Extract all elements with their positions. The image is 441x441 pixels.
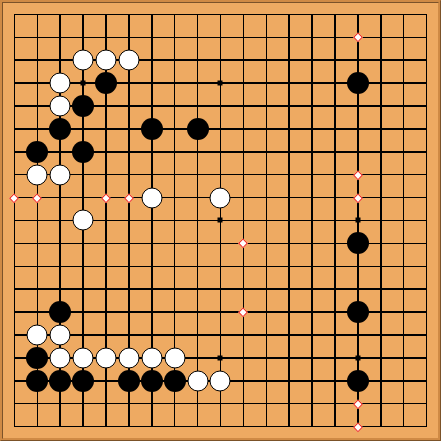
black-stone-Q16[interactable] xyxy=(347,72,369,94)
intersection-J3[interactable] xyxy=(186,369,209,392)
intersection-P13[interactable] xyxy=(324,140,347,163)
intersection-M14[interactable] xyxy=(255,117,278,140)
intersection-L19[interactable] xyxy=(232,3,255,26)
intersection-S3[interactable] xyxy=(392,369,415,392)
black-stone-F3[interactable] xyxy=(118,370,140,392)
intersection-R11[interactable] xyxy=(369,186,392,209)
white-stone-C4[interactable] xyxy=(50,347,71,368)
intersection-L4[interactable] xyxy=(232,346,255,369)
intersection-E13[interactable] xyxy=(95,140,118,163)
intersection-E15[interactable] xyxy=(95,95,118,118)
black-stone-Q6[interactable] xyxy=(347,301,369,323)
intersection-R17[interactable] xyxy=(369,49,392,72)
intersection-B13[interactable] xyxy=(26,140,49,163)
intersection-H10[interactable] xyxy=(163,209,186,232)
intersection-S6[interactable] xyxy=(392,301,415,324)
intersection-B8[interactable] xyxy=(26,255,49,278)
intersection-R5[interactable] xyxy=(369,324,392,347)
intersection-D2[interactable] xyxy=(72,392,95,415)
white-stone-F17[interactable] xyxy=(118,50,139,71)
intersection-O2[interactable] xyxy=(301,392,324,415)
intersection-J2[interactable] xyxy=(186,392,209,415)
intersection-M9[interactable] xyxy=(255,232,278,255)
intersection-F14[interactable] xyxy=(117,117,140,140)
intersection-F19[interactable] xyxy=(117,3,140,26)
intersection-F15[interactable] xyxy=(117,95,140,118)
intersection-T5[interactable] xyxy=(415,324,438,347)
black-stone-E16[interactable] xyxy=(95,72,117,94)
intersection-P19[interactable] xyxy=(324,3,347,26)
intersection-Q8[interactable] xyxy=(346,255,369,278)
white-stone-C12[interactable] xyxy=(50,164,71,185)
intersection-N6[interactable] xyxy=(278,301,301,324)
intersection-P7[interactable] xyxy=(324,278,347,301)
intersection-B10[interactable] xyxy=(26,209,49,232)
intersection-D17[interactable] xyxy=(72,49,95,72)
intersection-M15[interactable] xyxy=(255,95,278,118)
intersection-K12[interactable] xyxy=(209,163,232,186)
intersection-H2[interactable] xyxy=(163,392,186,415)
intersection-C16[interactable] xyxy=(49,72,72,95)
intersection-L1[interactable] xyxy=(232,415,255,438)
intersection-P2[interactable] xyxy=(324,392,347,415)
intersection-H13[interactable] xyxy=(163,140,186,163)
intersection-C19[interactable] xyxy=(49,3,72,26)
intersection-N17[interactable] xyxy=(278,49,301,72)
intersection-M4[interactable] xyxy=(255,346,278,369)
intersection-A19[interactable] xyxy=(3,3,26,26)
intersection-K11[interactable] xyxy=(209,186,232,209)
intersection-O12[interactable] xyxy=(301,163,324,186)
black-stone-Q3[interactable] xyxy=(347,370,369,392)
intersection-Q19[interactable] xyxy=(346,3,369,26)
intersection-E4[interactable] xyxy=(95,346,118,369)
intersection-F7[interactable] xyxy=(117,278,140,301)
intersection-K15[interactable] xyxy=(209,95,232,118)
intersection-M10[interactable] xyxy=(255,209,278,232)
intersection-T19[interactable] xyxy=(415,3,438,26)
intersection-P1[interactable] xyxy=(324,415,347,438)
intersection-E14[interactable] xyxy=(95,117,118,140)
intersection-L6[interactable] xyxy=(232,301,255,324)
intersection-J14[interactable] xyxy=(186,117,209,140)
intersection-S12[interactable] xyxy=(392,163,415,186)
intersection-L8[interactable] xyxy=(232,255,255,278)
intersection-S5[interactable] xyxy=(392,324,415,347)
intersection-T16[interactable] xyxy=(415,72,438,95)
intersection-J17[interactable] xyxy=(186,49,209,72)
intersection-C13[interactable] xyxy=(49,140,72,163)
intersection-H18[interactable] xyxy=(163,26,186,49)
intersection-E12[interactable] xyxy=(95,163,118,186)
intersection-A1[interactable] xyxy=(3,415,26,438)
intersection-S17[interactable] xyxy=(392,49,415,72)
intersection-N13[interactable] xyxy=(278,140,301,163)
intersection-R13[interactable] xyxy=(369,140,392,163)
intersection-R3[interactable] xyxy=(369,369,392,392)
intersection-P18[interactable] xyxy=(324,26,347,49)
intersection-O14[interactable] xyxy=(301,117,324,140)
white-stone-K3[interactable] xyxy=(210,370,231,391)
intersection-Q2[interactable] xyxy=(346,392,369,415)
intersection-T17[interactable] xyxy=(415,49,438,72)
intersection-H3[interactable] xyxy=(163,369,186,392)
intersection-J13[interactable] xyxy=(186,140,209,163)
white-stone-C5[interactable] xyxy=(50,324,71,345)
intersection-J18[interactable] xyxy=(186,26,209,49)
intersection-C8[interactable] xyxy=(49,255,72,278)
intersection-G2[interactable] xyxy=(140,392,163,415)
intersection-K13[interactable] xyxy=(209,140,232,163)
intersection-J1[interactable] xyxy=(186,415,209,438)
intersection-D1[interactable] xyxy=(72,415,95,438)
intersection-J16[interactable] xyxy=(186,72,209,95)
intersection-A5[interactable] xyxy=(3,324,26,347)
intersection-N11[interactable] xyxy=(278,186,301,209)
intersection-D18[interactable] xyxy=(72,26,95,49)
intersection-L5[interactable] xyxy=(232,324,255,347)
intersection-R18[interactable] xyxy=(369,26,392,49)
intersection-F3[interactable] xyxy=(117,369,140,392)
intersection-Q15[interactable] xyxy=(346,95,369,118)
black-stone-Q9[interactable] xyxy=(347,232,369,254)
intersection-Q3[interactable] xyxy=(346,369,369,392)
intersection-C12[interactable] xyxy=(49,163,72,186)
intersection-Q1[interactable] xyxy=(346,415,369,438)
intersection-J12[interactable] xyxy=(186,163,209,186)
intersection-S7[interactable] xyxy=(392,278,415,301)
intersection-D11[interactable] xyxy=(72,186,95,209)
intersection-S1[interactable] xyxy=(392,415,415,438)
intersection-B16[interactable] xyxy=(26,72,49,95)
intersection-F11[interactable] xyxy=(117,186,140,209)
intersection-C9[interactable] xyxy=(49,232,72,255)
intersection-T12[interactable] xyxy=(415,163,438,186)
intersection-R7[interactable] xyxy=(369,278,392,301)
intersection-N8[interactable] xyxy=(278,255,301,278)
intersection-K18[interactable] xyxy=(209,26,232,49)
intersection-A13[interactable] xyxy=(3,140,26,163)
intersection-T9[interactable] xyxy=(415,232,438,255)
black-stone-C3[interactable] xyxy=(49,370,71,392)
intersection-F12[interactable] xyxy=(117,163,140,186)
intersection-L14[interactable] xyxy=(232,117,255,140)
intersection-R1[interactable] xyxy=(369,415,392,438)
intersection-M11[interactable] xyxy=(255,186,278,209)
white-stone-E4[interactable] xyxy=(96,347,117,368)
intersection-H17[interactable] xyxy=(163,49,186,72)
intersection-E17[interactable] xyxy=(95,49,118,72)
intersection-B19[interactable] xyxy=(26,3,49,26)
intersection-C10[interactable] xyxy=(49,209,72,232)
intersection-T18[interactable] xyxy=(415,26,438,49)
intersection-G10[interactable] xyxy=(140,209,163,232)
white-stone-G11[interactable] xyxy=(141,187,162,208)
intersection-P14[interactable] xyxy=(324,117,347,140)
intersection-S13[interactable] xyxy=(392,140,415,163)
intersection-E11[interactable] xyxy=(95,186,118,209)
intersection-A17[interactable] xyxy=(3,49,26,72)
intersection-B6[interactable] xyxy=(26,301,49,324)
black-stone-D15[interactable] xyxy=(72,95,94,117)
intersection-E10[interactable] xyxy=(95,209,118,232)
intersection-H19[interactable] xyxy=(163,3,186,26)
black-stone-C6[interactable] xyxy=(49,301,71,323)
intersection-N3[interactable] xyxy=(278,369,301,392)
intersection-L2[interactable] xyxy=(232,392,255,415)
intersection-S2[interactable] xyxy=(392,392,415,415)
intersection-F8[interactable] xyxy=(117,255,140,278)
intersection-Q11[interactable] xyxy=(346,186,369,209)
intersection-E6[interactable] xyxy=(95,301,118,324)
intersection-K1[interactable] xyxy=(209,415,232,438)
intersection-F18[interactable] xyxy=(117,26,140,49)
intersection-K5[interactable] xyxy=(209,324,232,347)
intersection-F1[interactable] xyxy=(117,415,140,438)
intersection-E2[interactable] xyxy=(95,392,118,415)
intersection-D10[interactable] xyxy=(72,209,95,232)
intersection-Q12[interactable] xyxy=(346,163,369,186)
intersection-N2[interactable] xyxy=(278,392,301,415)
intersection-R10[interactable] xyxy=(369,209,392,232)
intersection-H1[interactable] xyxy=(163,415,186,438)
intersection-G6[interactable] xyxy=(140,301,163,324)
intersection-S18[interactable] xyxy=(392,26,415,49)
intersection-S14[interactable] xyxy=(392,117,415,140)
intersection-N16[interactable] xyxy=(278,72,301,95)
intersection-P11[interactable] xyxy=(324,186,347,209)
intersection-S10[interactable] xyxy=(392,209,415,232)
intersection-R4[interactable] xyxy=(369,346,392,369)
intersection-D13[interactable] xyxy=(72,140,95,163)
white-stone-J3[interactable] xyxy=(187,370,208,391)
intersection-Q5[interactable] xyxy=(346,324,369,347)
intersection-B12[interactable] xyxy=(26,163,49,186)
intersection-C4[interactable] xyxy=(49,346,72,369)
intersection-P15[interactable] xyxy=(324,95,347,118)
intersection-N9[interactable] xyxy=(278,232,301,255)
intersection-C11[interactable] xyxy=(49,186,72,209)
white-stone-K11[interactable] xyxy=(210,187,231,208)
intersection-P9[interactable] xyxy=(324,232,347,255)
intersection-O8[interactable] xyxy=(301,255,324,278)
intersection-A11[interactable] xyxy=(3,186,26,209)
intersection-S15[interactable] xyxy=(392,95,415,118)
intersection-N12[interactable] xyxy=(278,163,301,186)
intersection-J6[interactable] xyxy=(186,301,209,324)
intersection-M19[interactable] xyxy=(255,3,278,26)
intersection-C14[interactable] xyxy=(49,117,72,140)
intersection-Q7[interactable] xyxy=(346,278,369,301)
intersection-N5[interactable] xyxy=(278,324,301,347)
intersection-D4[interactable] xyxy=(72,346,95,369)
intersection-T1[interactable] xyxy=(415,415,438,438)
intersection-T14[interactable] xyxy=(415,117,438,140)
intersection-E8[interactable] xyxy=(95,255,118,278)
intersection-N7[interactable] xyxy=(278,278,301,301)
intersection-N19[interactable] xyxy=(278,3,301,26)
intersection-D19[interactable] xyxy=(72,3,95,26)
intersection-M3[interactable] xyxy=(255,369,278,392)
intersection-E19[interactable] xyxy=(95,3,118,26)
intersection-N4[interactable] xyxy=(278,346,301,369)
intersection-B3[interactable] xyxy=(26,369,49,392)
intersection-G4[interactable] xyxy=(140,346,163,369)
intersection-A8[interactable] xyxy=(3,255,26,278)
black-stone-D13[interactable] xyxy=(72,141,94,163)
intersection-T13[interactable] xyxy=(415,140,438,163)
intersection-K3[interactable] xyxy=(209,369,232,392)
intersection-N18[interactable] xyxy=(278,26,301,49)
intersection-R9[interactable] xyxy=(369,232,392,255)
intersection-D7[interactable] xyxy=(72,278,95,301)
intersection-G19[interactable] xyxy=(140,3,163,26)
black-stone-B13[interactable] xyxy=(26,141,48,163)
intersection-C5[interactable] xyxy=(49,324,72,347)
intersection-R15[interactable] xyxy=(369,95,392,118)
white-stone-C16[interactable] xyxy=(50,73,71,94)
intersection-O10[interactable] xyxy=(301,209,324,232)
black-stone-C14[interactable] xyxy=(49,118,71,140)
intersection-Q16[interactable] xyxy=(346,72,369,95)
white-stone-B5[interactable] xyxy=(27,324,48,345)
intersection-M1[interactable] xyxy=(255,415,278,438)
intersection-D5[interactable] xyxy=(72,324,95,347)
intersection-L9[interactable] xyxy=(232,232,255,255)
intersection-K16[interactable] xyxy=(209,72,232,95)
intersection-D9[interactable] xyxy=(72,232,95,255)
intersection-H8[interactable] xyxy=(163,255,186,278)
intersection-M5[interactable] xyxy=(255,324,278,347)
intersection-G15[interactable] xyxy=(140,95,163,118)
intersection-P17[interactable] xyxy=(324,49,347,72)
white-stone-B12[interactable] xyxy=(27,164,48,185)
black-stone-J14[interactable] xyxy=(187,118,209,140)
white-stone-G4[interactable] xyxy=(141,347,162,368)
intersection-D6[interactable] xyxy=(72,301,95,324)
intersection-K4[interactable] xyxy=(209,346,232,369)
intersection-S4[interactable] xyxy=(392,346,415,369)
intersection-R19[interactable] xyxy=(369,3,392,26)
intersection-H5[interactable] xyxy=(163,324,186,347)
intersection-B1[interactable] xyxy=(26,415,49,438)
intersection-A7[interactable] xyxy=(3,278,26,301)
intersection-S19[interactable] xyxy=(392,3,415,26)
intersection-F16[interactable] xyxy=(117,72,140,95)
intersection-P8[interactable] xyxy=(324,255,347,278)
intersection-C18[interactable] xyxy=(49,26,72,49)
intersection-B7[interactable] xyxy=(26,278,49,301)
intersection-P12[interactable] xyxy=(324,163,347,186)
intersection-A12[interactable] xyxy=(3,163,26,186)
intersection-F2[interactable] xyxy=(117,392,140,415)
intersection-G18[interactable] xyxy=(140,26,163,49)
intersection-K7[interactable] xyxy=(209,278,232,301)
intersection-B11[interactable] xyxy=(26,186,49,209)
intersection-J4[interactable] xyxy=(186,346,209,369)
intersection-S16[interactable] xyxy=(392,72,415,95)
intersection-L18[interactable] xyxy=(232,26,255,49)
intersection-H4[interactable] xyxy=(163,346,186,369)
black-stone-B3[interactable] xyxy=(26,370,48,392)
intersection-P6[interactable] xyxy=(324,301,347,324)
intersection-Q14[interactable] xyxy=(346,117,369,140)
intersection-T6[interactable] xyxy=(415,301,438,324)
intersection-T8[interactable] xyxy=(415,255,438,278)
intersection-F4[interactable] xyxy=(117,346,140,369)
intersection-G17[interactable] xyxy=(140,49,163,72)
intersection-M17[interactable] xyxy=(255,49,278,72)
intersection-C3[interactable] xyxy=(49,369,72,392)
intersection-Q17[interactable] xyxy=(346,49,369,72)
intersection-O3[interactable] xyxy=(301,369,324,392)
intersection-F17[interactable] xyxy=(117,49,140,72)
intersection-S11[interactable] xyxy=(392,186,415,209)
intersection-C17[interactable] xyxy=(49,49,72,72)
intersection-G3[interactable] xyxy=(140,369,163,392)
black-stone-H3[interactable] xyxy=(164,370,186,392)
intersection-L10[interactable] xyxy=(232,209,255,232)
intersection-G14[interactable] xyxy=(140,117,163,140)
intersection-D8[interactable] xyxy=(72,255,95,278)
intersection-K9[interactable] xyxy=(209,232,232,255)
intersection-D16[interactable] xyxy=(72,72,95,95)
intersection-Q6[interactable] xyxy=(346,301,369,324)
intersection-P5[interactable] xyxy=(324,324,347,347)
intersection-T7[interactable] xyxy=(415,278,438,301)
black-stone-D3[interactable] xyxy=(72,370,94,392)
intersection-T10[interactable] xyxy=(415,209,438,232)
intersection-A4[interactable] xyxy=(3,346,26,369)
intersection-J7[interactable] xyxy=(186,278,209,301)
intersection-S8[interactable] xyxy=(392,255,415,278)
intersection-B9[interactable] xyxy=(26,232,49,255)
intersection-B5[interactable] xyxy=(26,324,49,347)
intersection-L15[interactable] xyxy=(232,95,255,118)
intersection-G1[interactable] xyxy=(140,415,163,438)
intersection-D14[interactable] xyxy=(72,117,95,140)
intersection-O1[interactable] xyxy=(301,415,324,438)
intersection-M12[interactable] xyxy=(255,163,278,186)
intersection-L17[interactable] xyxy=(232,49,255,72)
intersection-Q9[interactable] xyxy=(346,232,369,255)
intersection-L16[interactable] xyxy=(232,72,255,95)
intersection-Q18[interactable] xyxy=(346,26,369,49)
intersection-G13[interactable] xyxy=(140,140,163,163)
intersection-C15[interactable] xyxy=(49,95,72,118)
intersection-E7[interactable] xyxy=(95,278,118,301)
intersection-L13[interactable] xyxy=(232,140,255,163)
intersection-K8[interactable] xyxy=(209,255,232,278)
black-stone-B4[interactable] xyxy=(26,347,48,369)
intersection-T4[interactable] xyxy=(415,346,438,369)
intersection-H7[interactable] xyxy=(163,278,186,301)
intersection-E1[interactable] xyxy=(95,415,118,438)
intersection-B2[interactable] xyxy=(26,392,49,415)
intersection-H9[interactable] xyxy=(163,232,186,255)
black-stone-G14[interactable] xyxy=(141,118,163,140)
intersection-G11[interactable] xyxy=(140,186,163,209)
intersection-J5[interactable] xyxy=(186,324,209,347)
intersection-E5[interactable] xyxy=(95,324,118,347)
intersection-B15[interactable] xyxy=(26,95,49,118)
intersection-O13[interactable] xyxy=(301,140,324,163)
black-stone-G3[interactable] xyxy=(141,370,163,392)
intersection-A18[interactable] xyxy=(3,26,26,49)
intersection-G16[interactable] xyxy=(140,72,163,95)
intersection-O16[interactable] xyxy=(301,72,324,95)
intersection-R14[interactable] xyxy=(369,117,392,140)
